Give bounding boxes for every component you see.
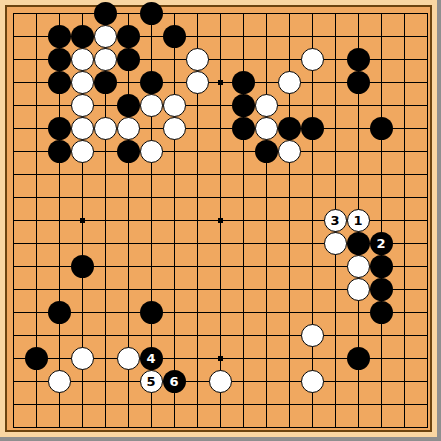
stone-white-E18[interactable] [94, 25, 117, 48]
stone-black-move-4-G4[interactable]: 4 [140, 347, 163, 370]
stone-white-F14[interactable] [117, 117, 140, 140]
stone-white-D17[interactable] [71, 48, 94, 71]
stone-black-C14[interactable] [48, 117, 71, 140]
stone-white-J16[interactable] [186, 71, 209, 94]
stone-white-D13[interactable] [71, 140, 94, 163]
stone-black-L14[interactable] [232, 117, 255, 140]
grid-line-horizontal [13, 404, 428, 405]
grid-line-horizontal [13, 427, 428, 428]
stone-black-R7[interactable] [370, 278, 393, 301]
stone-black-F15[interactable] [117, 94, 140, 117]
stone-black-D8[interactable] [71, 255, 94, 278]
grid-line-vertical [266, 13, 267, 428]
grid-line-vertical [381, 13, 382, 428]
stone-black-R14[interactable] [370, 117, 393, 140]
stone-black-C16[interactable] [48, 71, 71, 94]
stone-white-E17[interactable] [94, 48, 117, 71]
stone-white-O5[interactable] [301, 324, 324, 347]
stone-white-D16[interactable] [71, 71, 94, 94]
stone-white-J17[interactable] [186, 48, 209, 71]
stone-white-K3[interactable] [209, 370, 232, 393]
move-number-label: 4 [146, 352, 155, 365]
move-number-label: 6 [169, 375, 178, 388]
stone-white-N16[interactable] [278, 71, 301, 94]
stone-black-G16[interactable] [140, 71, 163, 94]
grid-line-vertical [312, 13, 313, 428]
go-board[interactable]: 312456 [0, 0, 437, 437]
go-board-diagram: 312456 [0, 0, 441, 441]
stone-white-O3[interactable] [301, 370, 324, 393]
stone-white-M15[interactable] [255, 94, 278, 117]
stone-black-E19[interactable] [94, 2, 117, 25]
stone-black-L16[interactable] [232, 71, 255, 94]
stone-black-move-6-H3[interactable]: 6 [163, 370, 186, 393]
stone-black-M13[interactable] [255, 140, 278, 163]
move-number-label: 2 [376, 237, 385, 250]
stone-white-D4[interactable] [71, 347, 94, 370]
stone-black-F18[interactable] [117, 25, 140, 48]
stone-black-E16[interactable] [94, 71, 117, 94]
stone-black-O14[interactable] [301, 117, 324, 140]
stone-black-D18[interactable] [71, 25, 94, 48]
grid-line-vertical [427, 13, 428, 428]
star-point [218, 356, 223, 361]
grid-line-horizontal [13, 312, 428, 313]
stone-white-C3[interactable] [48, 370, 71, 393]
star-point [218, 218, 223, 223]
stone-white-E14[interactable] [94, 117, 117, 140]
stone-black-C18[interactable] [48, 25, 71, 48]
stone-white-F4[interactable] [117, 347, 140, 370]
stone-white-O17[interactable] [301, 48, 324, 71]
stone-black-F17[interactable] [117, 48, 140, 71]
stone-black-C17[interactable] [48, 48, 71, 71]
stone-white-H14[interactable] [163, 117, 186, 140]
stone-white-move-1-Q10[interactable]: 1 [347, 209, 370, 232]
stone-black-B4[interactable] [25, 347, 48, 370]
stone-black-Q17[interactable] [347, 48, 370, 71]
stone-black-C6[interactable] [48, 301, 71, 324]
stone-white-move-5-G3[interactable]: 5 [140, 370, 163, 393]
stone-white-G15[interactable] [140, 94, 163, 117]
star-point [80, 218, 85, 223]
move-number-label: 5 [146, 375, 155, 388]
stone-black-F13[interactable] [117, 140, 140, 163]
stone-white-N13[interactable] [278, 140, 301, 163]
move-number-label: 1 [353, 214, 362, 227]
stone-white-G13[interactable] [140, 140, 163, 163]
stone-white-D14[interactable] [71, 117, 94, 140]
stone-black-R6[interactable] [370, 301, 393, 324]
stone-black-Q9[interactable] [347, 232, 370, 255]
stone-black-G19[interactable] [140, 2, 163, 25]
stone-white-P9[interactable] [324, 232, 347, 255]
stone-white-D15[interactable] [71, 94, 94, 117]
stone-black-L15[interactable] [232, 94, 255, 117]
stone-white-H15[interactable] [163, 94, 186, 117]
stone-white-move-3-P10[interactable]: 3 [324, 209, 347, 232]
stone-black-G6[interactable] [140, 301, 163, 324]
star-point [218, 80, 223, 85]
stone-black-H18[interactable] [163, 25, 186, 48]
stone-white-Q8[interactable] [347, 255, 370, 278]
stone-white-Q7[interactable] [347, 278, 370, 301]
stone-black-R8[interactable] [370, 255, 393, 278]
stone-black-move-2-R9[interactable]: 2 [370, 232, 393, 255]
stone-black-C13[interactable] [48, 140, 71, 163]
move-number-label: 3 [330, 214, 339, 227]
stone-white-M14[interactable] [255, 117, 278, 140]
grid-line-horizontal [13, 335, 428, 336]
grid-line-vertical [404, 13, 405, 428]
stone-black-Q4[interactable] [347, 347, 370, 370]
stone-black-Q16[interactable] [347, 71, 370, 94]
stone-black-N14[interactable] [278, 117, 301, 140]
